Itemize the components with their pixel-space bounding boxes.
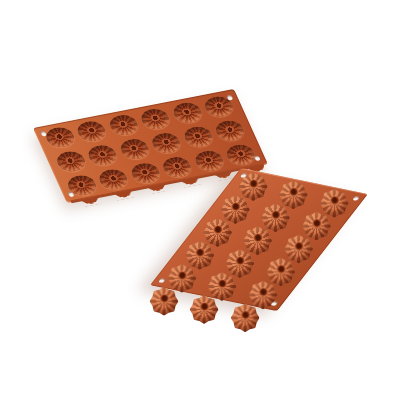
- center-hole: [217, 280, 227, 289]
- bundt-cavity: [170, 100, 205, 124]
- center-post-hole: [181, 107, 193, 115]
- center-hole: [231, 203, 241, 212]
- center-hole: [276, 265, 286, 274]
- bundt-cavity: [160, 155, 195, 179]
- center-hole: [248, 180, 258, 189]
- bundt-dome: [208, 272, 237, 301]
- bundt-cavity: [85, 143, 120, 167]
- center-post-hole: [128, 144, 140, 152]
- center-post-hole: [85, 126, 97, 134]
- bundt-cavity: [96, 167, 131, 191]
- bundt-dome: [244, 226, 273, 255]
- center-hole: [293, 242, 303, 251]
- center-post-hole: [64, 156, 76, 164]
- bundt-cavity: [117, 137, 152, 161]
- center-post-hole: [235, 150, 247, 158]
- dome-grid: [150, 168, 368, 311]
- bundt-cavity: [149, 131, 184, 155]
- center-hole: [311, 219, 321, 228]
- bundt-dome: [266, 257, 295, 286]
- bundt-dome: [302, 212, 331, 241]
- center-hole: [253, 234, 263, 243]
- bundt-dome: [320, 189, 349, 218]
- bundt-cavity: [212, 118, 247, 142]
- bundt-dome: [261, 203, 290, 232]
- center-hole: [213, 226, 223, 235]
- center-post-hole: [213, 101, 225, 109]
- center-hole: [289, 188, 299, 197]
- center-post-hole: [160, 138, 172, 146]
- center-post-hole: [96, 150, 108, 158]
- bundt-dome: [185, 241, 214, 270]
- center-hole: [235, 257, 245, 266]
- center-hole: [258, 288, 268, 297]
- center-hole: [329, 196, 339, 205]
- center-hole: [240, 311, 250, 320]
- bundt-cavity: [42, 125, 77, 149]
- center-post-hole: [107, 174, 119, 182]
- bundt-dome: [279, 180, 308, 209]
- bundt-cavity: [181, 125, 216, 149]
- bundt-cavity: [106, 113, 141, 137]
- center-post-hole: [76, 181, 88, 189]
- center-post-hole: [139, 168, 151, 176]
- center-post-hole: [53, 132, 65, 140]
- bundt-dome: [230, 303, 259, 332]
- bundt-cavity: [53, 149, 88, 173]
- bundt-cavity: [74, 119, 109, 143]
- center-post-hole: [224, 125, 236, 133]
- bundt-dome: [284, 234, 313, 263]
- silicone-mold-front: [150, 168, 368, 311]
- center-post-hole: [203, 156, 215, 164]
- bundt-dome: [150, 287, 179, 316]
- center-hole: [200, 303, 210, 312]
- bundt-cavity: [138, 106, 173, 130]
- center-hole: [271, 211, 281, 220]
- center-post-hole: [149, 113, 161, 121]
- center-post-hole: [192, 132, 204, 140]
- bundt-cavity: [192, 149, 227, 173]
- bundt-cavity: [128, 161, 163, 185]
- center-post-hole: [171, 162, 183, 170]
- center-hole: [159, 294, 169, 303]
- bundt-dome: [203, 218, 232, 247]
- center-post-hole: [117, 120, 129, 128]
- center-hole: [177, 271, 187, 280]
- bundt-dome: [168, 264, 197, 293]
- bundt-dome: [221, 195, 250, 224]
- center-hole: [195, 249, 205, 258]
- product-photo: [0, 0, 400, 400]
- bundt-dome: [190, 295, 219, 324]
- bundt-dome: [226, 249, 255, 278]
- bundt-cavity: [224, 143, 259, 167]
